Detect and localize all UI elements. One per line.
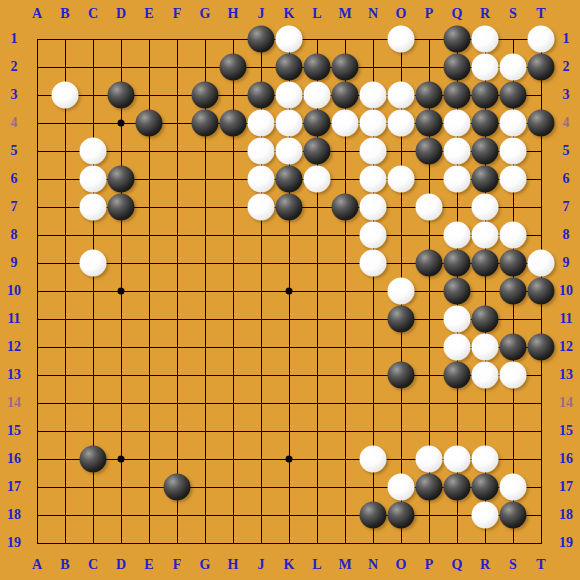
black-stone-K7[interactable] <box>276 194 303 221</box>
row-label-left-12: 12 <box>7 340 21 354</box>
white-stone-N5[interactable] <box>360 138 387 165</box>
grid-line-horizontal <box>37 515 542 516</box>
row-label-left-4: 4 <box>11 116 18 130</box>
col-label-bottom-F: F <box>173 558 182 572</box>
black-stone-R4[interactable] <box>472 110 499 137</box>
black-stone-L5[interactable] <box>304 138 331 165</box>
white-stone-Q6[interactable] <box>444 166 471 193</box>
col-label-top-E: E <box>144 7 153 21</box>
white-stone-R12[interactable] <box>472 334 499 361</box>
white-stone-J4[interactable] <box>248 110 275 137</box>
black-stone-D7[interactable] <box>108 194 135 221</box>
row-label-left-7: 7 <box>11 200 18 214</box>
white-stone-O6[interactable] <box>388 166 415 193</box>
row-label-right-9: 9 <box>563 256 570 270</box>
star-point-K10 <box>286 288 293 295</box>
col-label-bottom-N: N <box>368 558 378 572</box>
white-stone-R7[interactable] <box>472 194 499 221</box>
white-stone-T9[interactable] <box>528 250 555 277</box>
star-point-K16 <box>286 456 293 463</box>
white-stone-O4[interactable] <box>388 110 415 137</box>
col-label-bottom-H: H <box>228 558 239 572</box>
col-label-top-Q: Q <box>452 7 463 21</box>
go-board-screenshot: AABBCCDDEEFFGGHHJJKKLLMMNNOOPPQQRRSSTT11… <box>0 0 580 580</box>
black-stone-L2[interactable] <box>304 54 331 81</box>
col-label-bottom-E: E <box>144 558 153 572</box>
col-label-bottom-M: M <box>338 558 351 572</box>
row-label-left-10: 10 <box>7 284 21 298</box>
black-stone-Q13[interactable] <box>444 362 471 389</box>
row-label-right-3: 3 <box>563 88 570 102</box>
col-label-top-T: T <box>536 7 545 21</box>
white-stone-N4[interactable] <box>360 110 387 137</box>
row-label-right-10: 10 <box>559 284 573 298</box>
row-label-right-6: 6 <box>563 172 570 186</box>
white-stone-M4[interactable] <box>332 110 359 137</box>
black-stone-J1[interactable] <box>248 26 275 53</box>
white-stone-Q4[interactable] <box>444 110 471 137</box>
black-stone-P17[interactable] <box>416 474 443 501</box>
black-stone-S9[interactable] <box>500 250 527 277</box>
white-stone-C6[interactable] <box>80 166 107 193</box>
star-point-D16 <box>118 456 125 463</box>
row-label-right-15: 15 <box>559 424 573 438</box>
white-stone-O10[interactable] <box>388 278 415 305</box>
row-label-left-13: 13 <box>7 368 21 382</box>
star-point-D4 <box>118 120 125 127</box>
black-stone-C16[interactable] <box>80 446 107 473</box>
row-label-right-13: 13 <box>559 368 573 382</box>
white-stone-R18[interactable] <box>472 502 499 529</box>
col-label-bottom-G: G <box>200 558 211 572</box>
col-label-bottom-Q: Q <box>452 558 463 572</box>
white-stone-K5[interactable] <box>276 138 303 165</box>
col-label-bottom-O: O <box>396 558 407 572</box>
white-stone-B3[interactable] <box>52 82 79 109</box>
col-label-top-R: R <box>480 7 490 21</box>
white-stone-S4[interactable] <box>500 110 527 137</box>
white-stone-Q11[interactable] <box>444 306 471 333</box>
black-stone-Q10[interactable] <box>444 278 471 305</box>
white-stone-O3[interactable] <box>388 82 415 109</box>
white-stone-R1[interactable] <box>472 26 499 53</box>
white-stone-N9[interactable] <box>360 250 387 277</box>
black-stone-G4[interactable] <box>192 110 219 137</box>
white-stone-O17[interactable] <box>388 474 415 501</box>
white-stone-P7[interactable] <box>416 194 443 221</box>
white-stone-Q12[interactable] <box>444 334 471 361</box>
white-stone-N16[interactable] <box>360 446 387 473</box>
grid-line-horizontal <box>37 543 542 544</box>
col-label-top-M: M <box>338 7 351 21</box>
col-label-top-N: N <box>368 7 378 21</box>
col-label-top-D: D <box>116 7 126 21</box>
col-label-top-F: F <box>173 7 182 21</box>
row-label-right-19: 19 <box>559 536 573 550</box>
black-stone-Q9[interactable] <box>444 250 471 277</box>
row-label-right-16: 16 <box>559 452 573 466</box>
row-label-left-17: 17 <box>7 480 21 494</box>
row-label-left-8: 8 <box>11 228 18 242</box>
row-label-right-17: 17 <box>559 480 573 494</box>
row-label-right-5: 5 <box>563 144 570 158</box>
row-label-left-15: 15 <box>7 424 21 438</box>
white-stone-L3[interactable] <box>304 82 331 109</box>
black-stone-P9[interactable] <box>416 250 443 277</box>
col-label-bottom-T: T <box>536 558 545 572</box>
white-stone-L6[interactable] <box>304 166 331 193</box>
col-label-top-J: J <box>258 7 265 21</box>
col-label-bottom-K: K <box>284 558 295 572</box>
black-stone-R5[interactable] <box>472 138 499 165</box>
row-label-right-2: 2 <box>563 60 570 74</box>
white-stone-N8[interactable] <box>360 222 387 249</box>
white-stone-C5[interactable] <box>80 138 107 165</box>
black-stone-L4[interactable] <box>304 110 331 137</box>
black-stone-T12[interactable] <box>528 334 555 361</box>
black-stone-T10[interactable] <box>528 278 555 305</box>
black-stone-O11[interactable] <box>388 306 415 333</box>
white-stone-N7[interactable] <box>360 194 387 221</box>
black-stone-D3[interactable] <box>108 82 135 109</box>
row-label-left-1: 1 <box>11 32 18 46</box>
col-label-bottom-J: J <box>258 558 265 572</box>
row-label-left-2: 2 <box>11 60 18 74</box>
black-stone-M2[interactable] <box>332 54 359 81</box>
black-stone-R9[interactable] <box>472 250 499 277</box>
black-stone-Q2[interactable] <box>444 54 471 81</box>
black-stone-O18[interactable] <box>388 502 415 529</box>
col-label-top-B: B <box>60 7 69 21</box>
white-stone-R13[interactable] <box>472 362 499 389</box>
black-stone-G3[interactable] <box>192 82 219 109</box>
black-stone-T2[interactable] <box>528 54 555 81</box>
white-stone-R16[interactable] <box>472 446 499 473</box>
white-stone-Q8[interactable] <box>444 222 471 249</box>
black-stone-O13[interactable] <box>388 362 415 389</box>
row-label-right-1: 1 <box>563 32 570 46</box>
black-stone-K2[interactable] <box>276 54 303 81</box>
col-label-bottom-B: B <box>60 558 69 572</box>
white-stone-J6[interactable] <box>248 166 275 193</box>
col-label-bottom-D: D <box>116 558 126 572</box>
star-point-D10 <box>118 288 125 295</box>
col-label-top-P: P <box>425 7 434 21</box>
white-stone-Q16[interactable] <box>444 446 471 473</box>
col-label-bottom-R: R <box>480 558 490 572</box>
row-label-left-11: 11 <box>7 312 20 326</box>
col-label-bottom-L: L <box>312 558 321 572</box>
white-stone-P16[interactable] <box>416 446 443 473</box>
black-stone-R17[interactable] <box>472 474 499 501</box>
row-label-left-3: 3 <box>11 88 18 102</box>
col-label-bottom-S: S <box>509 558 517 572</box>
white-stone-N3[interactable] <box>360 82 387 109</box>
row-label-left-5: 5 <box>11 144 18 158</box>
col-label-top-G: G <box>200 7 211 21</box>
white-stone-J5[interactable] <box>248 138 275 165</box>
black-stone-Q1[interactable] <box>444 26 471 53</box>
row-label-right-12: 12 <box>559 340 573 354</box>
row-label-left-9: 9 <box>11 256 18 270</box>
row-label-left-19: 19 <box>7 536 21 550</box>
col-label-top-A: A <box>32 7 42 21</box>
white-stone-K4[interactable] <box>276 110 303 137</box>
white-stone-K1[interactable] <box>276 26 303 53</box>
row-label-right-18: 18 <box>559 508 573 522</box>
grid-line-horizontal <box>37 403 542 404</box>
black-stone-S12[interactable] <box>500 334 527 361</box>
black-stone-R11[interactable] <box>472 306 499 333</box>
black-stone-D6[interactable] <box>108 166 135 193</box>
black-stone-Q3[interactable] <box>444 82 471 109</box>
white-stone-C7[interactable] <box>80 194 107 221</box>
black-stone-P5[interactable] <box>416 138 443 165</box>
col-label-bottom-A: A <box>32 558 42 572</box>
white-stone-S13[interactable] <box>500 362 527 389</box>
white-stone-S6[interactable] <box>500 166 527 193</box>
white-stone-O1[interactable] <box>388 26 415 53</box>
black-stone-H2[interactable] <box>220 54 247 81</box>
black-stone-R3[interactable] <box>472 82 499 109</box>
white-stone-S8[interactable] <box>500 222 527 249</box>
black-stone-J3[interactable] <box>248 82 275 109</box>
white-stone-J7[interactable] <box>248 194 275 221</box>
col-label-top-L: L <box>312 7 321 21</box>
row-label-left-18: 18 <box>7 508 21 522</box>
col-label-top-H: H <box>228 7 239 21</box>
white-stone-S5[interactable] <box>500 138 527 165</box>
black-stone-S10[interactable] <box>500 278 527 305</box>
black-stone-M7[interactable] <box>332 194 359 221</box>
white-stone-T1[interactable] <box>528 26 555 53</box>
black-stone-E4[interactable] <box>136 110 163 137</box>
black-stone-K6[interactable] <box>276 166 303 193</box>
white-stone-S17[interactable] <box>500 474 527 501</box>
white-stone-K3[interactable] <box>276 82 303 109</box>
white-stone-S2[interactable] <box>500 54 527 81</box>
black-stone-H4[interactable] <box>220 110 247 137</box>
col-label-top-O: O <box>396 7 407 21</box>
col-label-top-S: S <box>509 7 517 21</box>
black-stone-S3[interactable] <box>500 82 527 109</box>
white-stone-R2[interactable] <box>472 54 499 81</box>
black-stone-P3[interactable] <box>416 82 443 109</box>
black-stone-T4[interactable] <box>528 110 555 137</box>
row-label-right-11: 11 <box>559 312 572 326</box>
black-stone-P4[interactable] <box>416 110 443 137</box>
row-label-right-7: 7 <box>563 200 570 214</box>
black-stone-Q17[interactable] <box>444 474 471 501</box>
row-label-left-16: 16 <box>7 452 21 466</box>
white-stone-C9[interactable] <box>80 250 107 277</box>
col-label-top-C: C <box>88 7 98 21</box>
black-stone-R6[interactable] <box>472 166 499 193</box>
black-stone-N18[interactable] <box>360 502 387 529</box>
white-stone-R8[interactable] <box>472 222 499 249</box>
row-label-left-6: 6 <box>11 172 18 186</box>
black-stone-S18[interactable] <box>500 502 527 529</box>
row-label-left-14: 14 <box>7 396 21 410</box>
black-stone-M3[interactable] <box>332 82 359 109</box>
grid-line-horizontal <box>37 431 542 432</box>
row-label-right-4: 4 <box>563 116 570 130</box>
row-label-right-8: 8 <box>563 228 570 242</box>
col-label-bottom-C: C <box>88 558 98 572</box>
col-label-bottom-P: P <box>425 558 434 572</box>
black-stone-F17[interactable] <box>164 474 191 501</box>
col-label-top-K: K <box>284 7 295 21</box>
white-stone-Q5[interactable] <box>444 138 471 165</box>
row-label-right-14: 14 <box>559 396 573 410</box>
white-stone-N6[interactable] <box>360 166 387 193</box>
